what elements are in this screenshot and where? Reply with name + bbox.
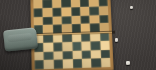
board-square-d1[interactable] <box>63 59 73 68</box>
board-square-e3[interactable] <box>72 41 82 50</box>
board-square-g6[interactable] <box>90 15 100 24</box>
board-square-g3[interactable] <box>91 41 101 50</box>
board-square-e5[interactable] <box>71 24 81 33</box>
board-square-g7[interactable] <box>89 6 99 15</box>
board-square-c5[interactable] <box>53 25 63 34</box>
board-square-g5[interactable] <box>90 23 100 32</box>
board-square-f7[interactable] <box>80 7 90 16</box>
board-square-h1[interactable] <box>101 58 111 67</box>
board-square-d4[interactable] <box>62 33 72 42</box>
board-square-g2[interactable] <box>91 50 101 59</box>
board-square-b7[interactable] <box>43 8 53 17</box>
board-square-h5[interactable] <box>99 23 109 32</box>
board-square-b3[interactable] <box>44 42 54 51</box>
board-square-h2[interactable] <box>100 49 110 58</box>
die-speck-3[interactable] <box>126 61 130 65</box>
board-square-f6[interactable] <box>80 15 90 24</box>
board-grid <box>33 0 110 69</box>
board-square-e6[interactable] <box>71 15 81 24</box>
board-square-b2[interactable] <box>44 51 54 60</box>
board-square-b6[interactable] <box>43 16 53 25</box>
tabletop-scene <box>0 0 156 70</box>
board-square-e4[interactable] <box>72 33 82 42</box>
board-square-e7[interactable] <box>71 7 81 16</box>
board-square-d6[interactable] <box>62 16 72 25</box>
board-hinge-icon <box>112 31 115 34</box>
board-square-g1[interactable] <box>91 58 101 67</box>
board-square-c4[interactable] <box>53 33 63 42</box>
board-square-c1[interactable] <box>53 60 63 69</box>
board-square-c7[interactable] <box>52 7 62 16</box>
board-square-e1[interactable] <box>72 59 82 68</box>
board-square-d5[interactable] <box>62 24 72 33</box>
board-square-d3[interactable] <box>62 42 72 51</box>
board-square-g4[interactable] <box>90 32 100 41</box>
piece-box[interactable] <box>3 27 38 51</box>
board-square-b5[interactable] <box>43 25 53 34</box>
board-square-c6[interactable] <box>52 16 62 25</box>
board-square-h6[interactable] <box>99 15 109 24</box>
board-square-f4[interactable] <box>81 32 91 41</box>
chessboard[interactable] <box>30 0 113 70</box>
board-square-c2[interactable] <box>53 51 63 60</box>
board-square-c3[interactable] <box>53 42 63 51</box>
board-square-f3[interactable] <box>81 41 91 50</box>
board-square-a7[interactable] <box>34 8 43 17</box>
board-square-h4[interactable] <box>100 32 110 41</box>
board-square-h3[interactable] <box>100 41 110 50</box>
board-square-d7[interactable] <box>61 7 71 16</box>
board-square-e2[interactable] <box>72 50 82 59</box>
board-square-f2[interactable] <box>81 50 91 59</box>
die-speck-2[interactable] <box>115 38 118 42</box>
board-square-f5[interactable] <box>81 24 91 33</box>
board-square-d2[interactable] <box>63 51 73 60</box>
board-square-b4[interactable] <box>43 34 53 43</box>
board-square-a6[interactable] <box>34 17 44 26</box>
board-square-f1[interactable] <box>82 59 92 68</box>
die-speck-1[interactable] <box>130 6 133 9</box>
board-square-a2[interactable] <box>34 51 44 60</box>
board-square-b1[interactable] <box>44 60 54 69</box>
board-square-a1[interactable] <box>35 60 45 69</box>
board-square-h7[interactable] <box>99 6 109 15</box>
